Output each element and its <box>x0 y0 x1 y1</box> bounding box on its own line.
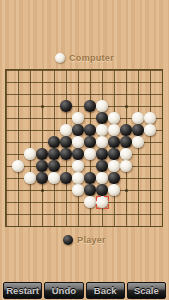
board-cell[interactable] <box>150 82 162 94</box>
player-label-row: Player <box>0 234 169 246</box>
board-cell[interactable] <box>42 202 54 214</box>
board-cell[interactable] <box>6 94 18 106</box>
white-stone <box>132 112 143 123</box>
black-stone <box>84 124 95 135</box>
board-cell[interactable] <box>78 82 90 94</box>
board-cell[interactable] <box>126 94 138 106</box>
black-stone <box>108 172 119 183</box>
white-stone <box>108 124 119 135</box>
white-stone <box>60 124 71 135</box>
board-cell[interactable] <box>54 202 66 214</box>
black-stone <box>60 136 71 147</box>
computer-label-row: Computer <box>0 52 169 64</box>
board-cell[interactable] <box>6 106 18 118</box>
board-cell[interactable] <box>150 154 162 166</box>
white-stone <box>24 148 35 159</box>
board-cell[interactable] <box>90 214 102 226</box>
board-cell[interactable] <box>102 82 114 94</box>
board-cell[interactable] <box>126 82 138 94</box>
board-cell[interactable] <box>6 202 18 214</box>
board-cell[interactable] <box>30 94 42 106</box>
board-cell[interactable] <box>114 202 126 214</box>
board-cell[interactable] <box>42 118 54 130</box>
black-stone <box>48 160 59 171</box>
board-cell[interactable] <box>150 178 162 190</box>
white-stone <box>84 196 95 207</box>
board-cell[interactable] <box>126 214 138 226</box>
board-cell[interactable] <box>150 142 162 154</box>
board-cell[interactable] <box>90 70 102 82</box>
board-cell[interactable] <box>138 70 150 82</box>
black-stone <box>120 136 131 147</box>
white-stone <box>132 136 143 147</box>
black-stone <box>60 148 71 159</box>
board-cell[interactable] <box>126 70 138 82</box>
black-stone <box>48 136 59 147</box>
white-stone <box>144 112 155 123</box>
board-cell[interactable] <box>42 70 54 82</box>
white-stone <box>96 124 107 135</box>
board-cell[interactable] <box>102 214 114 226</box>
board-cell[interactable] <box>126 190 138 202</box>
board-cell[interactable] <box>138 190 150 202</box>
board-cell[interactable] <box>138 166 150 178</box>
board-cell[interactable] <box>30 106 42 118</box>
board-cell[interactable] <box>54 190 66 202</box>
board-cell[interactable] <box>42 190 54 202</box>
board-cell[interactable] <box>126 202 138 214</box>
last-move-marker <box>96 196 109 209</box>
board-cell[interactable] <box>150 70 162 82</box>
board-cell[interactable] <box>30 118 42 130</box>
star-point <box>125 105 128 108</box>
black-stone <box>120 124 131 135</box>
board-cell[interactable] <box>18 214 30 226</box>
black-stone <box>84 100 95 111</box>
board-cell[interactable] <box>114 70 126 82</box>
board-cell[interactable] <box>114 82 126 94</box>
board-cell[interactable] <box>78 70 90 82</box>
white-stone <box>72 160 83 171</box>
board-cell[interactable] <box>150 190 162 202</box>
board-cell[interactable] <box>30 190 42 202</box>
toolbar: Restart Undo Back Scale <box>3 282 166 299</box>
white-stone <box>144 124 155 135</box>
board-cell[interactable] <box>6 190 18 202</box>
board-cell[interactable] <box>6 142 18 154</box>
black-stone <box>60 100 71 111</box>
board-cell[interactable] <box>6 70 18 82</box>
white-stone <box>12 160 23 171</box>
black-stone <box>108 136 119 147</box>
board-cell[interactable] <box>54 82 66 94</box>
black-stone <box>72 148 83 159</box>
board-cell[interactable] <box>30 214 42 226</box>
white-stone <box>96 136 107 147</box>
board-cell[interactable] <box>150 94 162 106</box>
board-cell[interactable] <box>18 106 30 118</box>
board-cell[interactable] <box>66 202 78 214</box>
board-cell[interactable] <box>114 94 126 106</box>
black-stone <box>132 124 143 135</box>
black-stone <box>84 136 95 147</box>
go-board[interactable] <box>5 69 163 227</box>
black-stone <box>96 160 107 171</box>
white-stone <box>108 112 119 123</box>
board-cell[interactable] <box>66 70 78 82</box>
board-cell[interactable] <box>18 190 30 202</box>
board-cell[interactable] <box>6 214 18 226</box>
black-stone <box>60 172 71 183</box>
star-point <box>41 105 44 108</box>
board-cell[interactable] <box>42 82 54 94</box>
back-button[interactable]: Back <box>86 282 125 299</box>
white-stone <box>96 100 107 111</box>
board-cell[interactable] <box>126 178 138 190</box>
board-cell[interactable] <box>18 94 30 106</box>
restart-button[interactable]: Restart <box>3 282 42 299</box>
black-stone <box>96 112 107 123</box>
computer-label: Computer <box>69 53 114 63</box>
white-stone <box>24 172 35 183</box>
white-stone <box>108 184 119 195</box>
board-cell[interactable] <box>18 118 30 130</box>
white-stone <box>108 160 119 171</box>
board-cell[interactable] <box>6 82 18 94</box>
board-cell[interactable] <box>90 82 102 94</box>
board-cell[interactable] <box>42 94 54 106</box>
board-cell[interactable] <box>66 82 78 94</box>
black-stone <box>84 172 95 183</box>
black-stone <box>36 160 47 171</box>
white-stone <box>120 160 131 171</box>
board-cell[interactable] <box>6 130 18 142</box>
white-stone <box>120 148 131 159</box>
board-cell[interactable] <box>138 178 150 190</box>
board-cell[interactable] <box>6 118 18 130</box>
board-cell[interactable] <box>78 214 90 226</box>
board-cell[interactable] <box>54 214 66 226</box>
board-cell[interactable] <box>138 202 150 214</box>
black-stone <box>96 148 107 159</box>
white-stone <box>48 172 59 183</box>
black-stone <box>84 184 95 195</box>
board-cell[interactable] <box>18 202 30 214</box>
black-stone <box>36 172 47 183</box>
white-stone <box>96 172 107 183</box>
board-cell[interactable] <box>6 178 18 190</box>
board-cell[interactable] <box>66 214 78 226</box>
board-cell[interactable] <box>42 214 54 226</box>
board-cell[interactable] <box>114 214 126 226</box>
board-cell[interactable] <box>18 70 30 82</box>
player-label: Player <box>77 235 106 245</box>
board-cell[interactable] <box>30 70 42 82</box>
board-cell[interactable] <box>102 70 114 82</box>
app-screen: Computer Player Restart Undo Back Scale <box>0 0 169 300</box>
white-stone <box>84 148 95 159</box>
board-cell[interactable] <box>138 94 150 106</box>
white-stone <box>72 136 83 147</box>
board-cell[interactable] <box>138 82 150 94</box>
black-stone-icon <box>63 235 73 245</box>
board-cell[interactable] <box>18 82 30 94</box>
board-cell[interactable] <box>138 154 150 166</box>
black-stone <box>36 148 47 159</box>
black-stone <box>96 184 107 195</box>
board-cell[interactable] <box>30 202 42 214</box>
star-point <box>41 189 44 192</box>
white-stone <box>72 112 83 123</box>
board-cell[interactable] <box>42 106 54 118</box>
white-stone-icon <box>55 53 65 63</box>
black-stone <box>48 148 59 159</box>
board-cell[interactable] <box>30 130 42 142</box>
board-cell[interactable] <box>150 166 162 178</box>
board-cell[interactable] <box>150 214 162 226</box>
white-stone <box>72 172 83 183</box>
board-cell[interactable] <box>150 202 162 214</box>
board-cell[interactable] <box>138 214 150 226</box>
board-cell[interactable] <box>18 130 30 142</box>
white-stone <box>72 184 83 195</box>
black-stone <box>108 148 119 159</box>
board-cell[interactable] <box>54 70 66 82</box>
board-cell[interactable] <box>30 82 42 94</box>
star-point <box>125 189 128 192</box>
undo-button[interactable]: Undo <box>44 282 83 299</box>
black-stone <box>72 124 83 135</box>
scale-button[interactable]: Scale <box>127 282 166 299</box>
